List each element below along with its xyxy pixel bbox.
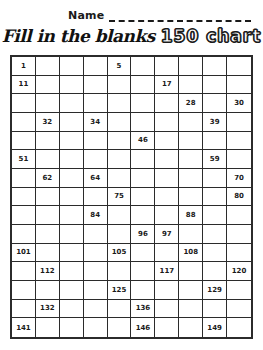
cell-blank-r8c7[interactable] <box>155 188 179 207</box>
cell-given-62: 62 <box>36 169 60 188</box>
cell-given-34: 34 <box>84 113 108 132</box>
cell-blank-r1c9[interactable] <box>203 57 227 76</box>
cell-blank-r12c4[interactable] <box>84 262 108 281</box>
cell-blank-r10c4[interactable] <box>84 225 108 244</box>
cell-blank-r4c3[interactable] <box>60 113 84 132</box>
cell-blank-r7c5[interactable] <box>108 169 132 188</box>
cell-blank-r3c5[interactable] <box>108 94 132 113</box>
name-label: Name <box>68 9 109 22</box>
cell-blank-r1c10[interactable] <box>227 57 251 76</box>
cell-blank-r1c3[interactable] <box>60 57 84 76</box>
cell-blank-r15c2[interactable] <box>36 318 60 337</box>
cell-blank-r5c8[interactable] <box>179 132 203 151</box>
cell-blank-r6c7[interactable] <box>155 150 179 169</box>
cell-blank-r12c5[interactable] <box>108 262 132 281</box>
cell-given-149: 149 <box>203 318 227 337</box>
cell-blank-r4c7[interactable] <box>155 113 179 132</box>
cell-blank-r9c1[interactable] <box>12 206 36 225</box>
cell-blank-r9c3[interactable] <box>60 206 84 225</box>
cell-blank-r12c6[interactable] <box>131 262 155 281</box>
cell-blank-r12c9[interactable] <box>203 262 227 281</box>
cell-given-132: 132 <box>36 300 60 319</box>
cell-given-5: 5 <box>108 57 132 76</box>
cell-blank-r3c3[interactable] <box>60 94 84 113</box>
cell-blank-r13c10[interactable] <box>227 281 251 300</box>
cell-blank-r15c10[interactable] <box>227 318 251 337</box>
cell-blank-r5c1[interactable] <box>12 132 36 151</box>
cell-given-141: 141 <box>12 318 36 337</box>
cell-given-75: 75 <box>108 188 132 207</box>
cell-blank-r13c8[interactable] <box>179 281 203 300</box>
cell-given-129: 129 <box>203 281 227 300</box>
cell-blank-r14c10[interactable] <box>227 300 251 319</box>
cell-blank-r5c2[interactable] <box>36 132 60 151</box>
cell-blank-r11c6[interactable] <box>131 244 155 263</box>
cell-given-11: 11 <box>12 76 36 95</box>
cell-blank-r13c7[interactable] <box>155 281 179 300</box>
cell-given-32: 32 <box>36 113 60 132</box>
cell-blank-r3c6[interactable] <box>131 94 155 113</box>
cell-blank-r1c4[interactable] <box>84 57 108 76</box>
cell-blank-r2c6[interactable] <box>131 76 155 95</box>
cell-blank-r8c2[interactable] <box>36 188 60 207</box>
cell-given-120: 120 <box>227 262 251 281</box>
name-row: Name <box>68 7 251 22</box>
cell-blank-r4c1[interactable] <box>12 113 36 132</box>
cell-blank-r14c7[interactable] <box>155 300 179 319</box>
cell-blank-r4c6[interactable] <box>131 113 155 132</box>
cell-blank-r10c1[interactable] <box>12 225 36 244</box>
cell-blank-r10c2[interactable] <box>36 225 60 244</box>
cell-blank-r8c9[interactable] <box>203 188 227 207</box>
cell-blank-r7c7[interactable] <box>155 169 179 188</box>
cell-blank-r10c5[interactable] <box>108 225 132 244</box>
cell-blank-r10c10[interactable] <box>227 225 251 244</box>
cell-blank-r13c2[interactable] <box>36 281 60 300</box>
cell-given-97: 97 <box>155 225 179 244</box>
cell-blank-r6c5[interactable] <box>108 150 132 169</box>
cell-blank-r5c4[interactable] <box>84 132 108 151</box>
cell-given-80: 80 <box>227 188 251 207</box>
cell-blank-r15c4[interactable] <box>84 318 108 337</box>
cell-blank-r2c3[interactable] <box>60 76 84 95</box>
cell-given-70: 70 <box>227 169 251 188</box>
cell-blank-r13c6[interactable] <box>131 281 155 300</box>
cell-given-51: 51 <box>12 150 36 169</box>
cell-blank-r1c7[interactable] <box>155 57 179 76</box>
cell-blank-r6c6[interactable] <box>131 150 155 169</box>
cell-blank-r2c10[interactable] <box>227 76 251 95</box>
cell-blank-r11c9[interactable] <box>203 244 227 263</box>
cell-blank-r15c3[interactable] <box>60 318 84 337</box>
cell-blank-r2c5[interactable] <box>108 76 132 95</box>
cell-blank-r7c1[interactable] <box>12 169 36 188</box>
cell-given-84: 84 <box>84 206 108 225</box>
cell-blank-r15c7[interactable] <box>155 318 179 337</box>
cell-blank-r1c6[interactable] <box>131 57 155 76</box>
cell-blank-r9c5[interactable] <box>108 206 132 225</box>
cell-blank-r7c8[interactable] <box>179 169 203 188</box>
cell-given-101: 101 <box>12 244 36 263</box>
cell-blank-r11c10[interactable] <box>227 244 251 263</box>
cell-blank-r3c9[interactable] <box>203 94 227 113</box>
cell-blank-r11c2[interactable] <box>36 244 60 263</box>
cell-blank-r8c8[interactable] <box>179 188 203 207</box>
cell-given-59: 59 <box>203 150 227 169</box>
cell-given-64: 64 <box>84 169 108 188</box>
cell-blank-r11c3[interactable] <box>60 244 84 263</box>
title-bubble-text: 150 chart <box>161 26 262 46</box>
cell-blank-r2c8[interactable] <box>179 76 203 95</box>
cell-blank-r3c4[interactable] <box>84 94 108 113</box>
cell-blank-r13c3[interactable] <box>60 281 84 300</box>
number-chart-grid: 1511172830323439465159626470758084889697… <box>10 55 253 339</box>
cell-blank-r5c9[interactable] <box>203 132 227 151</box>
name-blank-line[interactable] <box>109 7 251 22</box>
cell-blank-r8c1[interactable] <box>12 188 36 207</box>
cell-blank-r5c3[interactable] <box>60 132 84 151</box>
cell-blank-r13c1[interactable] <box>12 281 36 300</box>
cell-blank-r6c8[interactable] <box>179 150 203 169</box>
worksheet-title: Fill in the blanks 150 chart <box>10 26 253 46</box>
cell-blank-r4c10[interactable] <box>227 113 251 132</box>
cell-blank-r4c8[interactable] <box>179 113 203 132</box>
cell-blank-r14c3[interactable] <box>60 300 84 319</box>
cell-blank-r6c10[interactable] <box>227 150 251 169</box>
cell-blank-r11c7[interactable] <box>155 244 179 263</box>
cell-given-28: 28 <box>179 94 203 113</box>
cell-blank-r2c2[interactable] <box>36 76 60 95</box>
cell-given-117: 117 <box>155 262 179 281</box>
cell-blank-r8c6[interactable] <box>131 188 155 207</box>
cell-blank-r5c10[interactable] <box>227 132 251 151</box>
cell-given-136: 136 <box>131 300 155 319</box>
cell-blank-r7c6[interactable] <box>131 169 155 188</box>
cell-blank-r1c8[interactable] <box>179 57 203 76</box>
cell-given-146: 146 <box>131 318 155 337</box>
title-script-text: Fill in the blanks <box>2 26 161 46</box>
cell-blank-r10c9[interactable] <box>203 225 227 244</box>
cell-given-17: 17 <box>155 76 179 95</box>
cell-given-46: 46 <box>131 132 155 151</box>
cell-given-96: 96 <box>131 225 155 244</box>
cell-blank-r13c4[interactable] <box>84 281 108 300</box>
cell-blank-r15c5[interactable] <box>108 318 132 337</box>
cell-given-112: 112 <box>36 262 60 281</box>
cell-blank-r14c4[interactable] <box>84 300 108 319</box>
cell-blank-r2c4[interactable] <box>84 76 108 95</box>
cell-blank-r6c2[interactable] <box>36 150 60 169</box>
cell-blank-r5c7[interactable] <box>155 132 179 151</box>
cell-blank-r7c9[interactable] <box>203 169 227 188</box>
cell-given-88: 88 <box>179 206 203 225</box>
cell-blank-r3c2[interactable] <box>36 94 60 113</box>
cell-blank-r2c9[interactable] <box>203 76 227 95</box>
cell-blank-r9c7[interactable] <box>155 206 179 225</box>
cell-given-30: 30 <box>227 94 251 113</box>
cell-given-125: 125 <box>108 281 132 300</box>
cell-blank-r14c8[interactable] <box>179 300 203 319</box>
cell-blank-r7c3[interactable] <box>60 169 84 188</box>
cell-blank-r12c1[interactable] <box>12 262 36 281</box>
cell-blank-r9c10[interactable] <box>227 206 251 225</box>
cell-given-39: 39 <box>203 113 227 132</box>
cell-blank-r4c5[interactable] <box>108 113 132 132</box>
cell-blank-r14c1[interactable] <box>12 300 36 319</box>
cell-blank-r10c3[interactable] <box>60 225 84 244</box>
cell-blank-r15c8[interactable] <box>179 318 203 337</box>
cell-blank-r12c8[interactable] <box>179 262 203 281</box>
cell-given-1: 1 <box>12 57 36 76</box>
cell-given-108: 108 <box>179 244 203 263</box>
cell-blank-r8c4[interactable] <box>84 188 108 207</box>
cell-blank-r6c4[interactable] <box>84 150 108 169</box>
cell-blank-r11c4[interactable] <box>84 244 108 263</box>
cell-blank-r12c3[interactable] <box>60 262 84 281</box>
cell-given-105: 105 <box>108 244 132 263</box>
cell-blank-r9c9[interactable] <box>203 206 227 225</box>
cell-blank-r1c2[interactable] <box>36 57 60 76</box>
cell-blank-r14c9[interactable] <box>203 300 227 319</box>
cell-blank-r9c6[interactable] <box>131 206 155 225</box>
cell-blank-r3c7[interactable] <box>155 94 179 113</box>
cell-blank-r8c3[interactable] <box>60 188 84 207</box>
cell-blank-r14c5[interactable] <box>108 300 132 319</box>
cell-blank-r3c1[interactable] <box>12 94 36 113</box>
cell-blank-r6c3[interactable] <box>60 150 84 169</box>
cell-blank-r5c5[interactable] <box>108 132 132 151</box>
cell-blank-r9c2[interactable] <box>36 206 60 225</box>
cell-blank-r10c8[interactable] <box>179 225 203 244</box>
